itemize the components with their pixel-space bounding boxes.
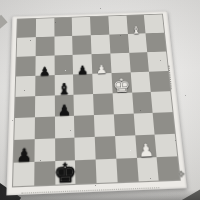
square-h4[interactable] xyxy=(151,91,172,113)
square-h2[interactable] xyxy=(155,134,177,157)
square-c1[interactable]: ♚ xyxy=(55,160,76,184)
square-c8[interactable] xyxy=(54,18,72,37)
square-a2[interactable]: ♟ xyxy=(14,139,35,163)
square-b1[interactable] xyxy=(34,161,55,185)
square-f5[interactable]: ♚ xyxy=(111,72,131,93)
square-g7[interactable] xyxy=(127,33,147,53)
square-h3[interactable] xyxy=(153,112,175,134)
square-g8[interactable]: ♝ xyxy=(126,15,146,34)
square-g4[interactable] xyxy=(132,92,153,114)
square-a8[interactable] xyxy=(17,19,36,38)
square-e2[interactable] xyxy=(95,136,116,159)
board-grid: ♝♟♟♟♝♚♟♟♟♚ xyxy=(13,14,180,186)
piece-white-pawn-e6[interactable]: ♟ xyxy=(96,63,108,75)
square-d8[interactable] xyxy=(72,17,91,36)
square-b7[interactable] xyxy=(35,37,54,57)
photo-corner-shadow-top-left xyxy=(0,15,8,32)
square-d4[interactable] xyxy=(74,94,94,116)
chessboard-photo: ♝♟♟♟♝♚♟♟♟♚ ❖ xyxy=(0,0,200,200)
square-g3[interactable] xyxy=(133,113,155,135)
square-f3[interactable] xyxy=(114,114,135,137)
square-d1[interactable] xyxy=(75,160,96,184)
piece-black-bishop-c5[interactable]: ♝ xyxy=(57,82,71,97)
piece-black-pawn-b6[interactable]: ♟ xyxy=(39,65,50,77)
square-b8[interactable] xyxy=(36,18,54,37)
square-d6[interactable]: ♟ xyxy=(73,54,92,74)
square-c5[interactable]: ♝ xyxy=(54,74,73,95)
square-b5[interactable] xyxy=(35,75,54,96)
piece-black-pawn-c4[interactable]: ♟ xyxy=(58,103,72,118)
square-e3[interactable] xyxy=(94,114,115,137)
square-f1[interactable] xyxy=(116,158,138,182)
square-a6[interactable] xyxy=(16,56,35,76)
square-h8[interactable] xyxy=(144,14,164,33)
square-a4[interactable] xyxy=(15,96,35,118)
square-b6[interactable]: ♟ xyxy=(35,55,54,75)
piece-white-pawn-g2[interactable]: ♟ xyxy=(138,142,155,160)
square-g6[interactable] xyxy=(129,52,149,72)
square-b2[interactable] xyxy=(34,138,55,161)
square-e6[interactable]: ♟ xyxy=(92,53,112,73)
square-f8[interactable] xyxy=(108,16,127,35)
piece-white-bishop-g8[interactable]: ♝ xyxy=(131,25,142,35)
square-g2[interactable]: ♟ xyxy=(135,135,157,158)
square-a3[interactable] xyxy=(14,117,34,140)
piece-white-king-f5[interactable]: ♚ xyxy=(112,76,131,95)
piece-black-king-c1[interactable]: ♚ xyxy=(53,159,77,187)
square-h7[interactable] xyxy=(146,33,166,52)
photo-noise-specks xyxy=(0,0,1,1)
square-d7[interactable] xyxy=(72,35,91,55)
square-d2[interactable] xyxy=(75,137,96,160)
square-h6[interactable] xyxy=(147,52,168,72)
square-g5[interactable] xyxy=(130,72,151,93)
square-e1[interactable] xyxy=(96,159,118,183)
square-a5[interactable] xyxy=(16,76,36,97)
piece-black-pawn-a2[interactable]: ♟ xyxy=(16,146,32,164)
square-c6[interactable] xyxy=(54,55,73,75)
square-e4[interactable] xyxy=(93,93,114,115)
square-d3[interactable] xyxy=(74,115,95,138)
square-e8[interactable] xyxy=(90,16,109,35)
chess-board: ♝♟♟♟♝♚♟♟♟♚ ❖ xyxy=(6,11,187,195)
piece-black-pawn-d6[interactable]: ♟ xyxy=(77,64,89,76)
square-a7[interactable] xyxy=(17,37,36,57)
square-b3[interactable] xyxy=(34,117,54,140)
diamond-logo-icon: ❖ xyxy=(176,169,186,180)
square-h5[interactable] xyxy=(149,71,170,92)
square-b4[interactable] xyxy=(35,95,55,117)
square-f2[interactable] xyxy=(115,135,137,158)
square-f7[interactable] xyxy=(109,34,129,54)
square-e7[interactable] xyxy=(91,35,110,55)
square-f6[interactable] xyxy=(110,53,130,73)
square-c7[interactable] xyxy=(54,36,73,56)
